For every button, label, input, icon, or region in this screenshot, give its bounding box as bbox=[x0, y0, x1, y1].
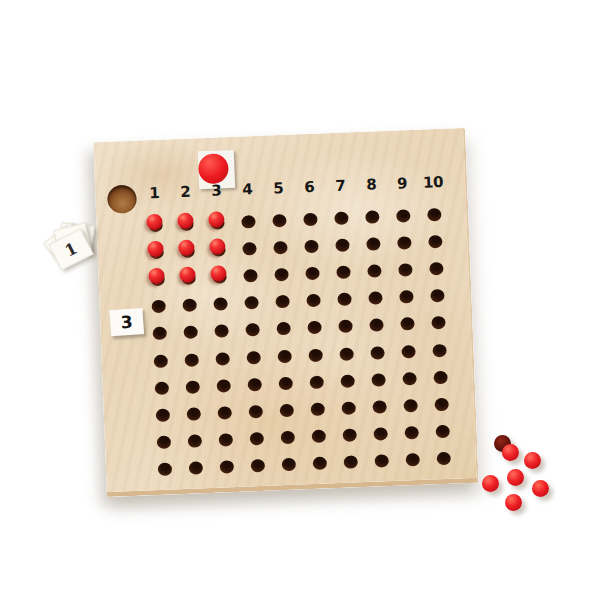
bead-hole[interactable] bbox=[399, 290, 413, 304]
bead-hole[interactable] bbox=[275, 295, 289, 309]
bead-hole[interactable] bbox=[403, 399, 417, 413]
loose-bead[interactable] bbox=[502, 444, 519, 461]
bead-hole[interactable] bbox=[183, 326, 197, 340]
bead-hole[interactable] bbox=[151, 300, 165, 314]
multiplicand-card[interactable]: 3 bbox=[109, 308, 144, 336]
bead-hole[interactable] bbox=[343, 428, 357, 442]
bead-hole[interactable] bbox=[188, 434, 202, 448]
bead-hole[interactable] bbox=[308, 348, 322, 362]
bead-hole[interactable] bbox=[366, 237, 380, 251]
bead-hole[interactable] bbox=[187, 407, 201, 421]
bead-hole[interactable] bbox=[312, 430, 326, 444]
bead-hole[interactable] bbox=[369, 319, 383, 333]
bead-hole[interactable] bbox=[307, 321, 321, 335]
bead-hole[interactable] bbox=[367, 264, 381, 278]
ticket-stack[interactable]: 1 bbox=[42, 222, 112, 286]
bead-hole[interactable] bbox=[303, 212, 317, 226]
bead-hole[interactable] bbox=[401, 345, 415, 359]
bead-hole[interactable] bbox=[241, 215, 255, 229]
ticket-top-value: 1 bbox=[62, 239, 81, 261]
bead-hole[interactable] bbox=[273, 241, 287, 255]
loose-bead[interactable] bbox=[505, 494, 522, 511]
bead-hole[interactable] bbox=[396, 209, 410, 223]
bead-hole[interactable] bbox=[429, 262, 443, 276]
loose-bead[interactable] bbox=[532, 480, 549, 497]
bead-hole[interactable] bbox=[276, 322, 290, 336]
bead-hole[interactable] bbox=[310, 402, 324, 416]
bead-hole[interactable] bbox=[309, 375, 323, 389]
bead-hole[interactable] bbox=[436, 452, 450, 466]
bead-hole[interactable] bbox=[157, 436, 171, 450]
bead-hole[interactable] bbox=[277, 349, 291, 363]
bead-hole[interactable] bbox=[274, 268, 288, 282]
bead-hole[interactable] bbox=[334, 211, 348, 225]
bead-hole[interactable] bbox=[336, 265, 350, 279]
bead-hole[interactable] bbox=[305, 267, 319, 281]
bead-hole[interactable] bbox=[430, 289, 444, 303]
bead-hole[interactable] bbox=[152, 327, 166, 341]
bead-hole-grid bbox=[93, 128, 476, 492]
bead-hole[interactable] bbox=[251, 459, 265, 473]
bead-hole[interactable] bbox=[156, 408, 170, 422]
bead-hole[interactable] bbox=[371, 373, 385, 387]
bead-hole[interactable] bbox=[182, 299, 196, 313]
bead-hole[interactable] bbox=[245, 323, 259, 337]
bead-hole[interactable] bbox=[370, 346, 384, 360]
bead-hole[interactable] bbox=[242, 242, 256, 256]
bead-hole[interactable] bbox=[402, 372, 416, 386]
bead-hole[interactable] bbox=[215, 352, 229, 366]
bead-hole[interactable] bbox=[344, 456, 358, 470]
bead-hole[interactable] bbox=[272, 213, 286, 227]
bead-hole[interactable] bbox=[158, 463, 172, 477]
bead-hole[interactable] bbox=[249, 405, 263, 419]
bead-hole[interactable] bbox=[306, 294, 320, 308]
bead-hole[interactable] bbox=[186, 380, 200, 394]
scene: 12345678910 3 1 bbox=[0, 0, 600, 600]
bead-hole[interactable] bbox=[339, 347, 353, 361]
bead-hole[interactable] bbox=[217, 379, 231, 393]
bead-hole[interactable] bbox=[250, 432, 264, 446]
bead-hole[interactable] bbox=[313, 457, 327, 471]
bead-hole[interactable] bbox=[404, 426, 418, 440]
bead-hole[interactable] bbox=[428, 235, 442, 249]
bead-hole[interactable] bbox=[432, 343, 446, 357]
bead-hole[interactable] bbox=[406, 453, 420, 467]
bead-hole[interactable] bbox=[372, 400, 386, 414]
bead-hole[interactable] bbox=[280, 404, 294, 418]
bead-hole[interactable] bbox=[281, 431, 295, 445]
bead-hole[interactable] bbox=[341, 401, 355, 415]
bead-hole[interactable] bbox=[368, 291, 382, 305]
bead-hole[interactable] bbox=[398, 263, 412, 277]
loose-bead[interactable] bbox=[482, 475, 499, 492]
bead-hole[interactable] bbox=[282, 458, 296, 472]
bead-hole[interactable] bbox=[427, 207, 441, 221]
bead-hole[interactable] bbox=[304, 239, 318, 253]
bead-hole[interactable] bbox=[375, 454, 389, 468]
multiplicand-card-value: 3 bbox=[120, 312, 133, 333]
bead-hole[interactable] bbox=[184, 353, 198, 367]
bead-hole[interactable] bbox=[400, 317, 414, 331]
bead-hole[interactable] bbox=[189, 462, 203, 476]
bead-hole[interactable] bbox=[247, 378, 261, 392]
bead-hole[interactable] bbox=[278, 376, 292, 390]
bead-hole[interactable] bbox=[243, 269, 257, 283]
bead-hole[interactable] bbox=[365, 210, 379, 224]
bead-hole[interactable] bbox=[244, 296, 258, 310]
bead-hole[interactable] bbox=[220, 460, 234, 474]
bead-hole[interactable] bbox=[155, 381, 169, 395]
bead-hole[interactable] bbox=[218, 406, 232, 420]
bead-hole[interactable] bbox=[213, 297, 227, 311]
loose-bead[interactable] bbox=[524, 452, 541, 469]
bead-hole[interactable] bbox=[246, 351, 260, 365]
bead-hole[interactable] bbox=[433, 371, 447, 385]
bead-hole[interactable] bbox=[154, 354, 168, 368]
bead-hole[interactable] bbox=[340, 374, 354, 388]
bead-hole[interactable] bbox=[435, 425, 449, 439]
bead-hole[interactable] bbox=[219, 433, 233, 447]
loose-bead[interactable] bbox=[507, 469, 524, 486]
bead-hole[interactable] bbox=[397, 236, 411, 250]
bead-hole[interactable] bbox=[373, 427, 387, 441]
bead-hole[interactable] bbox=[338, 320, 352, 334]
bead-hole[interactable] bbox=[337, 293, 351, 307]
bead-hole[interactable] bbox=[214, 325, 228, 339]
bead-hole[interactable] bbox=[434, 398, 448, 412]
bead-hole[interactable] bbox=[431, 316, 445, 330]
multiplication-bead-board: 12345678910 3 bbox=[93, 128, 478, 497]
bead-hole[interactable] bbox=[335, 238, 349, 252]
